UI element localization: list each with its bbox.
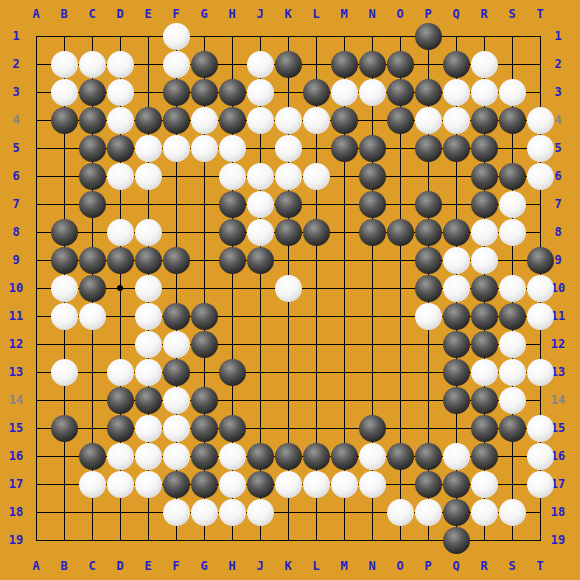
black-stone-Q13[interactable]: [443, 359, 470, 386]
row-label-right-14: 14: [546, 394, 570, 406]
black-stone-M4[interactable]: [331, 107, 358, 134]
black-stone-G14[interactable]: [191, 387, 218, 414]
white-stone-S13[interactable]: [499, 359, 526, 386]
white-stone-E17[interactable]: [135, 471, 162, 498]
white-stone-B11[interactable]: [51, 303, 78, 330]
column-label-bottom-E: E: [139, 560, 157, 572]
white-stone-F14[interactable]: [163, 387, 190, 414]
white-stone-T17[interactable]: [527, 471, 554, 498]
white-stone-K6[interactable]: [275, 163, 302, 190]
white-stone-Q3[interactable]: [443, 79, 470, 106]
white-stone-F5[interactable]: [163, 135, 190, 162]
white-stone-H6[interactable]: [219, 163, 246, 190]
black-stone-R11[interactable]: [471, 303, 498, 330]
black-stone-P5[interactable]: [415, 135, 442, 162]
row-label-right-1: 1: [546, 30, 570, 42]
white-stone-J7[interactable]: [247, 191, 274, 218]
black-stone-F11[interactable]: [163, 303, 190, 330]
white-stone-T13[interactable]: [527, 359, 554, 386]
row-label-right-3: 3: [546, 86, 570, 98]
black-stone-N8[interactable]: [359, 219, 386, 246]
row-label-right-7: 7: [546, 198, 570, 210]
black-stone-R12[interactable]: [471, 331, 498, 358]
black-stone-N2[interactable]: [359, 51, 386, 78]
white-stone-J18[interactable]: [247, 499, 274, 526]
white-stone-C17[interactable]: [79, 471, 106, 498]
white-stone-B10[interactable]: [51, 275, 78, 302]
white-stone-F18[interactable]: [163, 499, 190, 526]
black-stone-S6[interactable]: [499, 163, 526, 190]
white-stone-F12[interactable]: [163, 331, 190, 358]
black-stone-H4[interactable]: [219, 107, 246, 134]
white-stone-Q9[interactable]: [443, 247, 470, 274]
column-label-top-B: B: [55, 8, 73, 20]
black-stone-R6[interactable]: [471, 163, 498, 190]
black-stone-M16[interactable]: [331, 443, 358, 470]
black-stone-R15[interactable]: [471, 415, 498, 442]
white-stone-K5[interactable]: [275, 135, 302, 162]
black-stone-G12[interactable]: [191, 331, 218, 358]
black-stone-O8[interactable]: [387, 219, 414, 246]
white-stone-S12[interactable]: [499, 331, 526, 358]
black-stone-N15[interactable]: [359, 415, 386, 442]
black-stone-Q8[interactable]: [443, 219, 470, 246]
black-stone-Q11[interactable]: [443, 303, 470, 330]
black-stone-R5[interactable]: [471, 135, 498, 162]
black-stone-P1[interactable]: [415, 23, 442, 50]
black-stone-M5[interactable]: [331, 135, 358, 162]
white-stone-T10[interactable]: [527, 275, 554, 302]
white-stone-C2[interactable]: [79, 51, 106, 78]
row-label-left-6: 6: [4, 170, 28, 182]
black-stone-C4[interactable]: [79, 107, 106, 134]
row-label-left-17: 17: [4, 478, 28, 490]
black-stone-P8[interactable]: [415, 219, 442, 246]
column-label-top-R: R: [475, 8, 493, 20]
black-stone-E14[interactable]: [135, 387, 162, 414]
white-stone-T4[interactable]: [527, 107, 554, 134]
black-stone-O2[interactable]: [387, 51, 414, 78]
column-label-top-T: T: [531, 8, 549, 20]
white-stone-E15[interactable]: [135, 415, 162, 442]
black-stone-R14[interactable]: [471, 387, 498, 414]
white-stone-J3[interactable]: [247, 79, 274, 106]
white-stone-E8[interactable]: [135, 219, 162, 246]
white-stone-D3[interactable]: [107, 79, 134, 106]
column-label-top-N: N: [363, 8, 381, 20]
black-stone-D14[interactable]: [107, 387, 134, 414]
black-stone-H8[interactable]: [219, 219, 246, 246]
white-stone-S18[interactable]: [499, 499, 526, 526]
column-label-bottom-L: L: [307, 560, 325, 572]
white-stone-P4[interactable]: [415, 107, 442, 134]
row-label-left-8: 8: [4, 226, 28, 238]
black-stone-Q12[interactable]: [443, 331, 470, 358]
row-label-left-7: 7: [4, 198, 28, 210]
black-stone-L3[interactable]: [303, 79, 330, 106]
black-stone-R16[interactable]: [471, 443, 498, 470]
white-stone-G5[interactable]: [191, 135, 218, 162]
white-stone-E12[interactable]: [135, 331, 162, 358]
black-stone-C7[interactable]: [79, 191, 106, 218]
white-stone-F15[interactable]: [163, 415, 190, 442]
black-stone-P16[interactable]: [415, 443, 442, 470]
white-stone-H18[interactable]: [219, 499, 246, 526]
black-stone-G15[interactable]: [191, 415, 218, 442]
white-stone-H5[interactable]: [219, 135, 246, 162]
black-stone-L8[interactable]: [303, 219, 330, 246]
white-stone-R13[interactable]: [471, 359, 498, 386]
white-stone-S8[interactable]: [499, 219, 526, 246]
black-stone-F9[interactable]: [163, 247, 190, 274]
white-stone-F2[interactable]: [163, 51, 190, 78]
white-stone-K4[interactable]: [275, 107, 302, 134]
row-label-left-19: 19: [4, 534, 28, 546]
row-label-left-9: 9: [4, 254, 28, 266]
black-stone-Q5[interactable]: [443, 135, 470, 162]
black-stone-D5[interactable]: [107, 135, 134, 162]
row-label-right-18: 18: [546, 506, 570, 518]
row-label-left-3: 3: [4, 86, 28, 98]
black-stone-Q14[interactable]: [443, 387, 470, 414]
black-stone-G17[interactable]: [191, 471, 218, 498]
row-label-right-8: 8: [546, 226, 570, 238]
row-label-left-4: 4: [4, 114, 28, 126]
white-stone-M3[interactable]: [331, 79, 358, 106]
black-stone-R7[interactable]: [471, 191, 498, 218]
black-stone-P3[interactable]: [415, 79, 442, 106]
black-stone-F13[interactable]: [163, 359, 190, 386]
black-stone-B9[interactable]: [51, 247, 78, 274]
row-label-left-15: 15: [4, 422, 28, 434]
white-stone-B13[interactable]: [51, 359, 78, 386]
white-stone-G4[interactable]: [191, 107, 218, 134]
white-stone-P18[interactable]: [415, 499, 442, 526]
white-stone-B3[interactable]: [51, 79, 78, 106]
black-stone-Q19[interactable]: [443, 527, 470, 554]
row-label-right-2: 2: [546, 58, 570, 70]
black-stone-H9[interactable]: [219, 247, 246, 274]
black-stone-R10[interactable]: [471, 275, 498, 302]
black-stone-J17[interactable]: [247, 471, 274, 498]
white-stone-S14[interactable]: [499, 387, 526, 414]
column-label-bottom-R: R: [475, 560, 493, 572]
row-label-left-2: 2: [4, 58, 28, 70]
black-stone-K8[interactable]: [275, 219, 302, 246]
white-stone-K10[interactable]: [275, 275, 302, 302]
black-stone-P9[interactable]: [415, 247, 442, 274]
black-stone-N5[interactable]: [359, 135, 386, 162]
black-stone-G16[interactable]: [191, 443, 218, 470]
column-label-top-K: K: [279, 8, 297, 20]
white-stone-P11[interactable]: [415, 303, 442, 330]
black-stone-C3[interactable]: [79, 79, 106, 106]
white-stone-R17[interactable]: [471, 471, 498, 498]
white-stone-M17[interactable]: [331, 471, 358, 498]
black-stone-P7[interactable]: [415, 191, 442, 218]
white-stone-G18[interactable]: [191, 499, 218, 526]
black-stone-R4[interactable]: [471, 107, 498, 134]
white-stone-J2[interactable]: [247, 51, 274, 78]
row-label-left-1: 1: [4, 30, 28, 42]
white-stone-J8[interactable]: [247, 219, 274, 246]
black-stone-S11[interactable]: [499, 303, 526, 330]
row-label-left-12: 12: [4, 338, 28, 350]
column-label-top-J: J: [251, 8, 269, 20]
white-stone-T15[interactable]: [527, 415, 554, 442]
column-label-bottom-K: K: [279, 560, 297, 572]
white-stone-D17[interactable]: [107, 471, 134, 498]
white-stone-D2[interactable]: [107, 51, 134, 78]
white-stone-Q16[interactable]: [443, 443, 470, 470]
black-stone-D15[interactable]: [107, 415, 134, 442]
white-stone-H17[interactable]: [219, 471, 246, 498]
white-stone-O18[interactable]: [387, 499, 414, 526]
black-stone-T9[interactable]: [527, 247, 554, 274]
column-label-top-G: G: [195, 8, 213, 20]
column-label-bottom-F: F: [167, 560, 185, 572]
white-stone-S7[interactable]: [499, 191, 526, 218]
black-stone-O4[interactable]: [387, 107, 414, 134]
black-stone-Q17[interactable]: [443, 471, 470, 498]
black-stone-O3[interactable]: [387, 79, 414, 106]
white-stone-T11[interactable]: [527, 303, 554, 330]
column-label-bottom-S: S: [503, 560, 521, 572]
go-board[interactable]: AABBCCDDEEFFGGHHJJKKLLMMNNOOPPQQRRSSTT11…: [0, 0, 580, 580]
column-label-bottom-D: D: [111, 560, 129, 572]
black-stone-N6[interactable]: [359, 163, 386, 190]
white-stone-E5[interactable]: [135, 135, 162, 162]
white-stone-N3[interactable]: [359, 79, 386, 106]
column-label-top-D: D: [111, 8, 129, 20]
black-stone-F17[interactable]: [163, 471, 190, 498]
white-stone-D13[interactable]: [107, 359, 134, 386]
black-stone-Q2[interactable]: [443, 51, 470, 78]
column-label-top-O: O: [391, 8, 409, 20]
column-label-bottom-M: M: [335, 560, 353, 572]
white-stone-E10[interactable]: [135, 275, 162, 302]
black-stone-M2[interactable]: [331, 51, 358, 78]
black-stone-E9[interactable]: [135, 247, 162, 274]
white-stone-N16[interactable]: [359, 443, 386, 470]
white-stone-S10[interactable]: [499, 275, 526, 302]
column-label-bottom-H: H: [223, 560, 241, 572]
row-label-left-10: 10: [4, 282, 28, 294]
white-stone-D4[interactable]: [107, 107, 134, 134]
white-stone-Q4[interactable]: [443, 107, 470, 134]
white-stone-E11[interactable]: [135, 303, 162, 330]
black-stone-H15[interactable]: [219, 415, 246, 442]
row-label-right-12: 12: [546, 338, 570, 350]
row-label-left-13: 13: [4, 366, 28, 378]
column-label-top-M: M: [335, 8, 353, 20]
column-label-bottom-P: P: [419, 560, 437, 572]
column-label-bottom-G: G: [195, 560, 213, 572]
column-label-top-L: L: [307, 8, 325, 20]
black-stone-B4[interactable]: [51, 107, 78, 134]
column-label-bottom-N: N: [363, 560, 381, 572]
white-stone-J6[interactable]: [247, 163, 274, 190]
black-stone-S15[interactable]: [499, 415, 526, 442]
column-label-bottom-O: O: [391, 560, 409, 572]
white-stone-E16[interactable]: [135, 443, 162, 470]
row-label-left-14: 14: [4, 394, 28, 406]
black-stone-L16[interactable]: [303, 443, 330, 470]
black-stone-F4[interactable]: [163, 107, 190, 134]
black-stone-D9[interactable]: [107, 247, 134, 274]
white-stone-D16[interactable]: [107, 443, 134, 470]
white-stone-N17[interactable]: [359, 471, 386, 498]
black-stone-F3[interactable]: [163, 79, 190, 106]
black-stone-K7[interactable]: [275, 191, 302, 218]
white-stone-R2[interactable]: [471, 51, 498, 78]
column-label-bottom-Q: Q: [447, 560, 465, 572]
white-stone-H16[interactable]: [219, 443, 246, 470]
black-stone-C16[interactable]: [79, 443, 106, 470]
white-stone-B2[interactable]: [51, 51, 78, 78]
column-label-top-E: E: [139, 8, 157, 20]
black-stone-N7[interactable]: [359, 191, 386, 218]
black-stone-P17[interactable]: [415, 471, 442, 498]
white-stone-Q10[interactable]: [443, 275, 470, 302]
black-stone-S4[interactable]: [499, 107, 526, 134]
white-stone-R3[interactable]: [471, 79, 498, 106]
black-stone-C10[interactable]: [79, 275, 106, 302]
black-stone-H7[interactable]: [219, 191, 246, 218]
white-stone-E6[interactable]: [135, 163, 162, 190]
white-stone-J4[interactable]: [247, 107, 274, 134]
black-stone-G3[interactable]: [191, 79, 218, 106]
white-stone-T6[interactable]: [527, 163, 554, 190]
black-stone-C9[interactable]: [79, 247, 106, 274]
column-label-top-H: H: [223, 8, 241, 20]
black-stone-H13[interactable]: [219, 359, 246, 386]
black-stone-K2[interactable]: [275, 51, 302, 78]
column-label-top-F: F: [167, 8, 185, 20]
white-stone-L17[interactable]: [303, 471, 330, 498]
white-stone-L4[interactable]: [303, 107, 330, 134]
column-label-bottom-C: C: [83, 560, 101, 572]
row-label-left-18: 18: [4, 506, 28, 518]
white-stone-K17[interactable]: [275, 471, 302, 498]
white-stone-E13[interactable]: [135, 359, 162, 386]
column-label-top-A: A: [27, 8, 45, 20]
row-label-right-19: 19: [546, 534, 570, 546]
black-stone-K16[interactable]: [275, 443, 302, 470]
white-stone-R9[interactable]: [471, 247, 498, 274]
black-stone-O16[interactable]: [387, 443, 414, 470]
white-stone-D6[interactable]: [107, 163, 134, 190]
column-label-top-S: S: [503, 8, 521, 20]
hoshi-point: [117, 285, 123, 291]
black-stone-H3[interactable]: [219, 79, 246, 106]
column-label-top-C: C: [83, 8, 101, 20]
black-stone-G11[interactable]: [191, 303, 218, 330]
black-stone-J16[interactable]: [247, 443, 274, 470]
column-label-bottom-B: B: [55, 560, 73, 572]
column-label-bottom-T: T: [531, 560, 549, 572]
white-stone-C11[interactable]: [79, 303, 106, 330]
row-label-left-5: 5: [4, 142, 28, 154]
white-stone-F16[interactable]: [163, 443, 190, 470]
black-stone-G2[interactable]: [191, 51, 218, 78]
black-stone-E4[interactable]: [135, 107, 162, 134]
white-stone-R8[interactable]: [471, 219, 498, 246]
black-stone-J9[interactable]: [247, 247, 274, 274]
white-stone-D8[interactable]: [107, 219, 134, 246]
white-stone-R18[interactable]: [471, 499, 498, 526]
black-stone-C5[interactable]: [79, 135, 106, 162]
white-stone-F1[interactable]: [163, 23, 190, 50]
column-label-bottom-J: J: [251, 560, 269, 572]
white-stone-T5[interactable]: [527, 135, 554, 162]
column-label-bottom-A: A: [27, 560, 45, 572]
column-label-top-Q: Q: [447, 8, 465, 20]
black-stone-B15[interactable]: [51, 415, 78, 442]
black-stone-P10[interactable]: [415, 275, 442, 302]
black-stone-B8[interactable]: [51, 219, 78, 246]
black-stone-C6[interactable]: [79, 163, 106, 190]
row-label-left-16: 16: [4, 450, 28, 462]
black-stone-Q18[interactable]: [443, 499, 470, 526]
column-label-top-P: P: [419, 8, 437, 20]
white-stone-L6[interactable]: [303, 163, 330, 190]
white-stone-T16[interactable]: [527, 443, 554, 470]
white-stone-S3[interactable]: [499, 79, 526, 106]
row-label-left-11: 11: [4, 310, 28, 322]
